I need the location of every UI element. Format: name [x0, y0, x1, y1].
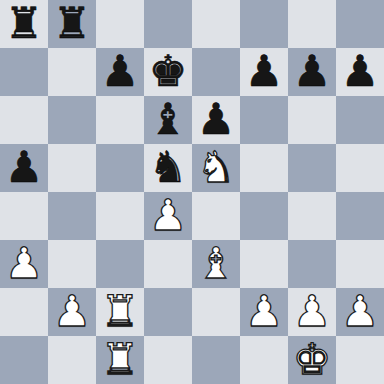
black-bishop-piece[interactable]: ♝	[149, 95, 188, 143]
square-c3[interactable]	[96, 240, 144, 288]
square-c2[interactable]: ♜	[96, 288, 144, 336]
chess-board: ♜♜♟♚♟♟♟♝♟♟♞♞♟♟♝♟♜♟♟♟♜♚	[0, 0, 384, 384]
black-pawn-piece[interactable]: ♟	[293, 47, 332, 95]
square-f1[interactable]	[240, 336, 288, 384]
square-c8[interactable]	[96, 0, 144, 48]
white-pawn-piece[interactable]: ♟	[149, 191, 188, 239]
square-g8[interactable]	[288, 0, 336, 48]
white-pawn-piece[interactable]: ♟	[5, 239, 44, 287]
square-b5[interactable]	[48, 144, 96, 192]
square-g3[interactable]	[288, 240, 336, 288]
square-e7[interactable]	[192, 48, 240, 96]
white-pawn-piece[interactable]: ♟	[293, 287, 332, 335]
black-knight-piece[interactable]: ♞	[149, 143, 188, 191]
square-e2[interactable]	[192, 288, 240, 336]
black-pawn-piece[interactable]: ♟	[101, 47, 140, 95]
square-a2[interactable]	[0, 288, 48, 336]
square-h3[interactable]	[336, 240, 384, 288]
square-b8[interactable]: ♜	[48, 0, 96, 48]
square-g1[interactable]: ♚	[288, 336, 336, 384]
square-e4[interactable]	[192, 192, 240, 240]
white-rook-piece[interactable]: ♜	[101, 335, 140, 383]
white-rook-piece[interactable]: ♜	[101, 287, 140, 335]
square-h8[interactable]	[336, 0, 384, 48]
square-a6[interactable]	[0, 96, 48, 144]
square-e6[interactable]: ♟	[192, 96, 240, 144]
square-c5[interactable]	[96, 144, 144, 192]
square-b7[interactable]	[48, 48, 96, 96]
square-c4[interactable]	[96, 192, 144, 240]
square-c6[interactable]	[96, 96, 144, 144]
square-e1[interactable]	[192, 336, 240, 384]
square-c1[interactable]: ♜	[96, 336, 144, 384]
black-pawn-piece[interactable]: ♟	[245, 47, 284, 95]
square-c7[interactable]: ♟	[96, 48, 144, 96]
square-a1[interactable]	[0, 336, 48, 384]
white-pawn-piece[interactable]: ♟	[341, 287, 380, 335]
square-h2[interactable]: ♟	[336, 288, 384, 336]
square-e8[interactable]	[192, 0, 240, 48]
black-pawn-piece[interactable]: ♟	[5, 143, 44, 191]
square-d4[interactable]: ♟	[144, 192, 192, 240]
square-b4[interactable]	[48, 192, 96, 240]
white-pawn-piece[interactable]: ♟	[245, 287, 284, 335]
square-d2[interactable]	[144, 288, 192, 336]
square-f4[interactable]	[240, 192, 288, 240]
square-d8[interactable]	[144, 0, 192, 48]
black-rook-piece[interactable]: ♜	[53, 0, 92, 47]
square-f2[interactable]: ♟	[240, 288, 288, 336]
square-b1[interactable]	[48, 336, 96, 384]
square-d7[interactable]: ♚	[144, 48, 192, 96]
black-pawn-piece[interactable]: ♟	[197, 95, 236, 143]
square-f6[interactable]	[240, 96, 288, 144]
square-d5[interactable]: ♞	[144, 144, 192, 192]
square-d1[interactable]	[144, 336, 192, 384]
black-rook-piece[interactable]: ♜	[5, 0, 44, 47]
square-a4[interactable]	[0, 192, 48, 240]
square-g7[interactable]: ♟	[288, 48, 336, 96]
square-h6[interactable]	[336, 96, 384, 144]
white-pawn-piece[interactable]: ♟	[53, 287, 92, 335]
square-b2[interactable]: ♟	[48, 288, 96, 336]
white-knight-piece[interactable]: ♞	[197, 143, 236, 191]
black-king-piece[interactable]: ♚	[149, 47, 188, 95]
square-d6[interactable]: ♝	[144, 96, 192, 144]
square-f8[interactable]	[240, 0, 288, 48]
square-a5[interactable]: ♟	[0, 144, 48, 192]
square-g6[interactable]	[288, 96, 336, 144]
square-f5[interactable]	[240, 144, 288, 192]
square-g4[interactable]	[288, 192, 336, 240]
square-f7[interactable]: ♟	[240, 48, 288, 96]
square-b3[interactable]	[48, 240, 96, 288]
square-d3[interactable]	[144, 240, 192, 288]
square-g2[interactable]: ♟	[288, 288, 336, 336]
square-f3[interactable]	[240, 240, 288, 288]
white-king-piece[interactable]: ♚	[293, 335, 332, 383]
square-h4[interactable]	[336, 192, 384, 240]
square-a8[interactable]: ♜	[0, 0, 48, 48]
square-h5[interactable]	[336, 144, 384, 192]
square-e5[interactable]: ♞	[192, 144, 240, 192]
black-pawn-piece[interactable]: ♟	[341, 47, 380, 95]
square-b6[interactable]	[48, 96, 96, 144]
square-h7[interactable]: ♟	[336, 48, 384, 96]
square-a3[interactable]: ♟	[0, 240, 48, 288]
square-a7[interactable]	[0, 48, 48, 96]
square-e3[interactable]: ♝	[192, 240, 240, 288]
white-bishop-piece[interactable]: ♝	[197, 239, 236, 287]
square-g5[interactable]	[288, 144, 336, 192]
square-h1[interactable]	[336, 336, 384, 384]
